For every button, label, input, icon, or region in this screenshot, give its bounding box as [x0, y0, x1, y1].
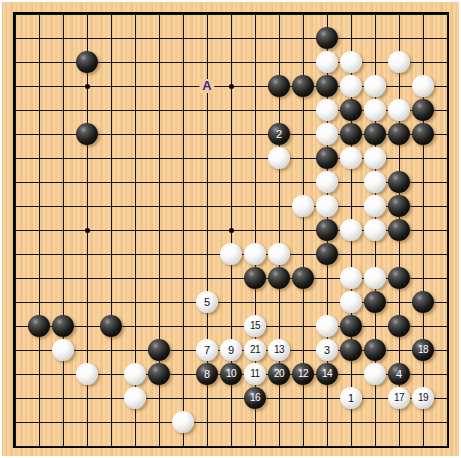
- stone-white: 21: [244, 339, 266, 361]
- stone-black: [412, 291, 434, 313]
- stone-black: 16: [244, 387, 266, 409]
- stone-white: [172, 411, 194, 433]
- stone-black: [340, 339, 362, 361]
- move-number: 17: [394, 393, 404, 403]
- stone-black: [340, 315, 362, 337]
- stone-white: [340, 51, 362, 73]
- move-number: 8: [204, 369, 210, 380]
- stone-white: [316, 99, 338, 121]
- move-number: 7: [204, 345, 210, 356]
- move-number: 14: [322, 369, 332, 379]
- move-number: 12: [298, 369, 308, 379]
- stone-white: [76, 363, 98, 385]
- stone-black: [316, 243, 338, 265]
- stone-black: [76, 123, 98, 145]
- stone-black: [412, 123, 434, 145]
- stone-black: [244, 267, 266, 289]
- stone-black: 8: [196, 363, 218, 385]
- move-number: 5: [204, 297, 210, 308]
- stone-black: [340, 99, 362, 121]
- stone-black: [412, 99, 434, 121]
- move-number: 13: [274, 345, 284, 355]
- stone-white: [268, 243, 290, 265]
- stone-black: [340, 123, 362, 145]
- move-number: 19: [418, 393, 428, 403]
- stone-white: [316, 171, 338, 193]
- stone-white: [340, 267, 362, 289]
- stone-white: 3: [316, 339, 338, 361]
- stone-white: [220, 243, 242, 265]
- move-number: 20: [274, 369, 284, 379]
- stone-black: [316, 75, 338, 97]
- go-board-diagram: 25157921133188101120121441611719A: [0, 0, 461, 458]
- stone-black: 18: [412, 339, 434, 361]
- stone-black: [388, 219, 410, 241]
- move-number: 3: [324, 345, 330, 356]
- stone-black: 12: [292, 363, 314, 385]
- stone-black: [148, 339, 170, 361]
- stone-black: [148, 363, 170, 385]
- stone-black: 14: [316, 363, 338, 385]
- stone-white: 5: [196, 291, 218, 313]
- star-point: [85, 228, 90, 233]
- move-number: 15: [250, 321, 260, 331]
- stone-black: [100, 315, 122, 337]
- stone-white: 1: [340, 387, 362, 409]
- stone-white: [340, 219, 362, 241]
- stone-white: 11: [244, 363, 266, 385]
- stone-black: [316, 147, 338, 169]
- stone-white: 19: [412, 387, 434, 409]
- stone-black: [292, 267, 314, 289]
- stone-white: [340, 291, 362, 313]
- stone-white: [292, 195, 314, 217]
- stone-white: [316, 51, 338, 73]
- stone-black: 2: [268, 123, 290, 145]
- stone-white: 15: [244, 315, 266, 337]
- stone-white: [364, 195, 386, 217]
- stone-white: 9: [220, 339, 242, 361]
- move-number: 21: [250, 345, 260, 355]
- stone-white: [316, 315, 338, 337]
- move-number: 10: [226, 369, 236, 379]
- stone-black: [364, 339, 386, 361]
- stone-white: [388, 51, 410, 73]
- stone-white: [340, 147, 362, 169]
- move-number: 2: [276, 129, 282, 140]
- star-point: [229, 228, 234, 233]
- stone-black: [388, 195, 410, 217]
- stone-white: [364, 99, 386, 121]
- stone-white: [364, 147, 386, 169]
- star-point: [85, 84, 90, 89]
- stone-white: [364, 363, 386, 385]
- stone-black: [388, 267, 410, 289]
- stone-white: [364, 171, 386, 193]
- move-number: 11: [250, 369, 259, 379]
- move-number: 18: [418, 345, 428, 355]
- point-label-A: A: [199, 79, 214, 93]
- stone-black: [316, 219, 338, 241]
- stone-white: [316, 123, 338, 145]
- stone-white: 7: [196, 339, 218, 361]
- stone-white: [364, 75, 386, 97]
- move-number: 16: [250, 393, 260, 403]
- stone-white: [364, 267, 386, 289]
- stone-black: [292, 75, 314, 97]
- stone-white: 13: [268, 339, 290, 361]
- stone-black: [364, 123, 386, 145]
- star-point: [229, 84, 234, 89]
- stone-white: 17: [388, 387, 410, 409]
- stone-white: [340, 75, 362, 97]
- stone-black: [364, 291, 386, 313]
- stone-black: [388, 123, 410, 145]
- move-number: 4: [396, 369, 402, 380]
- stone-black: [268, 267, 290, 289]
- stone-white: [388, 99, 410, 121]
- stone-black: [268, 75, 290, 97]
- stone-white: [412, 75, 434, 97]
- stone-white: [52, 339, 74, 361]
- stone-white: [268, 147, 290, 169]
- stone-white: [124, 363, 146, 385]
- stone-black: [76, 51, 98, 73]
- stone-white: [244, 243, 266, 265]
- stone-white: [316, 195, 338, 217]
- stone-black: [388, 315, 410, 337]
- stone-black: 4: [388, 363, 410, 385]
- stone-black: [388, 171, 410, 193]
- move-number: 9: [228, 345, 234, 356]
- stone-black: [28, 315, 50, 337]
- stone-black: [52, 315, 74, 337]
- move-number: 1: [348, 393, 354, 404]
- stone-black: [316, 27, 338, 49]
- stone-white: [124, 387, 146, 409]
- stone-black: 10: [220, 363, 242, 385]
- stone-white: [364, 219, 386, 241]
- stone-black: 20: [268, 363, 290, 385]
